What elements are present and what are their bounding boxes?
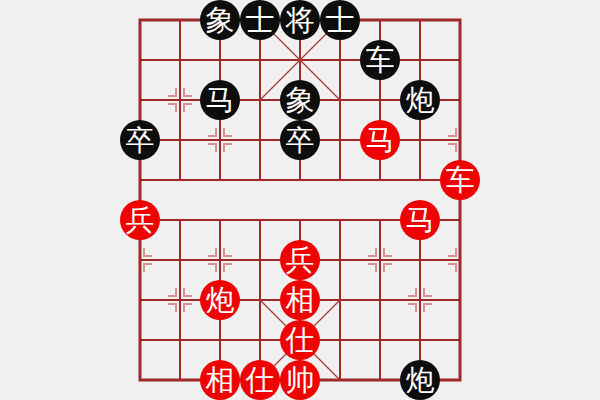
piece-black-advisor[interactable]: 士 [240, 0, 280, 40]
piece-black-elephant[interactable]: 象 [280, 80, 320, 120]
piece-red-chariot[interactable]: 车 [440, 160, 480, 200]
piece-red-elephant[interactable]: 相 [200, 360, 240, 400]
piece-black-pawn[interactable]: 卒 [120, 120, 160, 160]
piece-black-horse[interactable]: 马 [200, 80, 240, 120]
piece-black-general[interactable]: 将 [280, 0, 320, 40]
piece-red-elephant[interactable]: 相 [280, 280, 320, 320]
xiangqi-board: 象士将士车马象炮卒卒马车兵马兵炮相仕相仕帅炮 [0, 0, 600, 400]
piece-red-pawn[interactable]: 兵 [120, 200, 160, 240]
pieces-layer[interactable]: 象士将士车马象炮卒卒马车兵马兵炮相仕相仕帅炮 [120, 0, 480, 400]
piece-black-pawn[interactable]: 卒 [280, 120, 320, 160]
piece-red-cannon[interactable]: 炮 [200, 280, 240, 320]
piece-red-advisor[interactable]: 仕 [240, 360, 280, 400]
piece-black-chariot[interactable]: 车 [360, 40, 400, 80]
piece-red-general[interactable]: 帅 [280, 360, 320, 400]
piece-red-pawn[interactable]: 兵 [280, 240, 320, 280]
piece-black-cannon[interactable]: 炮 [400, 80, 440, 120]
piece-red-horse[interactable]: 马 [400, 200, 440, 240]
piece-black-advisor[interactable]: 士 [320, 0, 360, 40]
piece-red-advisor[interactable]: 仕 [280, 320, 320, 360]
piece-black-elephant[interactable]: 象 [200, 0, 240, 40]
piece-red-horse[interactable]: 马 [360, 120, 400, 160]
piece-black-cannon[interactable]: 炮 [400, 360, 440, 400]
